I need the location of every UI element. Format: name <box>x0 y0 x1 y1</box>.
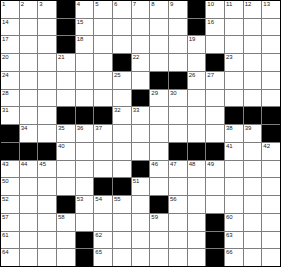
grid-cell[interactable] <box>20 72 38 89</box>
grid-cell[interactable] <box>206 90 224 107</box>
grid-cell[interactable] <box>262 161 280 178</box>
grid-cell[interactable] <box>113 36 131 53</box>
blocked-cell <box>206 214 224 231</box>
clue-number: 32 <box>114 107 121 114</box>
grid-cell[interactable]: 6 <box>113 1 131 18</box>
grid-cell[interactable] <box>150 36 168 53</box>
grid-cell[interactable] <box>188 214 206 231</box>
clue-number: 8 <box>151 1 154 8</box>
grid-cell[interactable] <box>225 90 243 107</box>
clue-number: 58 <box>58 214 65 221</box>
grid-cell[interactable] <box>169 125 187 142</box>
clue-number: 43 <box>2 161 9 168</box>
grid-cell[interactable] <box>132 36 150 53</box>
grid-cell[interactable]: 13 <box>262 1 280 18</box>
grid-cell[interactable] <box>262 214 280 231</box>
grid-cell[interactable] <box>76 90 94 107</box>
grid-cell[interactable]: 23 <box>225 54 243 71</box>
clue-number: 29 <box>151 90 158 97</box>
grid-cell[interactable] <box>76 214 94 231</box>
grid-cell[interactable]: 11 <box>225 1 243 18</box>
clue-number: 61 <box>2 232 9 239</box>
clue-number: 65 <box>95 249 102 256</box>
grid-cell[interactable] <box>132 196 150 213</box>
grid-cell[interactable] <box>20 36 38 53</box>
blocked-cell <box>262 125 280 142</box>
grid-cell[interactable] <box>206 107 224 124</box>
grid-cell[interactable] <box>20 249 38 266</box>
clue-number: 13 <box>263 1 270 8</box>
grid-cell[interactable]: 31 <box>1 107 19 124</box>
grid-cell[interactable] <box>57 161 75 178</box>
grid-cell[interactable] <box>20 178 38 195</box>
clue-number: 64 <box>2 249 9 256</box>
grid-cell[interactable]: 28 <box>1 90 19 107</box>
blocked-cell <box>188 1 206 18</box>
grid-cell[interactable] <box>76 143 94 160</box>
grid-cell[interactable] <box>244 249 262 266</box>
grid-cell[interactable] <box>150 178 168 195</box>
grid-cell[interactable]: 21 <box>57 54 75 71</box>
grid-cell[interactable] <box>38 19 56 36</box>
grid-cell[interactable] <box>225 196 243 213</box>
grid-cell[interactable] <box>225 178 243 195</box>
blocked-cell <box>169 72 187 89</box>
clue-number: 36 <box>77 125 84 132</box>
grid-cell[interactable] <box>76 178 94 195</box>
grid-cell[interactable] <box>132 232 150 249</box>
clue-number: 45 <box>39 161 46 168</box>
blocked-cell <box>132 161 150 178</box>
clue-number: 38 <box>226 125 233 132</box>
clue-number: 28 <box>2 90 9 97</box>
grid-cell[interactable]: 26 <box>188 72 206 89</box>
grid-cell[interactable] <box>244 161 262 178</box>
grid-cell[interactable]: 25 <box>113 72 131 89</box>
grid-cell[interactable] <box>262 178 280 195</box>
grid-cell[interactable] <box>150 125 168 142</box>
grid-cell[interactable] <box>244 72 262 89</box>
clue-number: 46 <box>151 161 158 168</box>
grid-cell[interactable]: 44 <box>20 161 38 178</box>
grid-cell[interactable] <box>38 232 56 249</box>
clue-number: 15 <box>77 19 84 26</box>
grid-cell[interactable] <box>262 249 280 266</box>
clue-number: 35 <box>58 125 65 132</box>
grid-cell[interactable] <box>169 19 187 36</box>
clue-number: 34 <box>21 125 28 132</box>
clue-number: 14 <box>2 19 9 26</box>
clue-number: 47 <box>170 161 177 168</box>
grid-cell[interactable] <box>244 143 262 160</box>
grid-cell[interactable] <box>262 36 280 53</box>
clue-number: 30 <box>170 90 177 97</box>
clue-number: 55 <box>114 196 121 203</box>
grid-cell[interactable] <box>244 214 262 231</box>
grid-cell[interactable]: 53 <box>76 196 94 213</box>
blocked-cell <box>206 232 224 249</box>
grid-cell[interactable]: 32 <box>113 107 131 124</box>
grid-cell[interactable] <box>76 72 94 89</box>
grid-cell[interactable] <box>20 232 38 249</box>
crossword-grid: 1234567891011121314151617181920212223242… <box>0 0 281 267</box>
grid-cell[interactable] <box>188 178 206 195</box>
grid-cell[interactable] <box>244 196 262 213</box>
clue-number: 54 <box>95 196 102 203</box>
grid-cell[interactable] <box>94 72 112 89</box>
grid-cell[interactable] <box>169 36 187 53</box>
grid-cell[interactable]: 36 <box>76 125 94 142</box>
grid-cell[interactable]: 51 <box>132 178 150 195</box>
grid-cell[interactable] <box>206 196 224 213</box>
clue-number: 25 <box>114 72 121 79</box>
grid-cell[interactable] <box>57 249 75 266</box>
grid-cell[interactable] <box>150 54 168 71</box>
grid-cell[interactable]: 37 <box>94 125 112 142</box>
clue-number: 5 <box>95 1 98 8</box>
grid-cell[interactable] <box>188 232 206 249</box>
clue-number: 66 <box>226 249 233 256</box>
grid-cell[interactable]: 55 <box>113 196 131 213</box>
grid-cell[interactable] <box>113 19 131 36</box>
grid-cell[interactable] <box>244 90 262 107</box>
grid-cell[interactable] <box>206 36 224 53</box>
grid-cell[interactable] <box>94 161 112 178</box>
clue-number: 10 <box>207 1 214 8</box>
grid-cell[interactable]: 17 <box>1 36 19 53</box>
blocked-cell <box>132 90 150 107</box>
blocked-cell <box>262 107 280 124</box>
grid-cell[interactable] <box>38 196 56 213</box>
grid-cell[interactable]: 8 <box>150 1 168 18</box>
grid-cell[interactable] <box>262 90 280 107</box>
clue-number: 20 <box>2 54 9 61</box>
grid-cell[interactable] <box>188 196 206 213</box>
grid-cell[interactable] <box>188 90 206 107</box>
grid-cell[interactable]: 1 <box>1 1 19 18</box>
grid-cell[interactable] <box>20 196 38 213</box>
blocked-cell <box>188 19 206 36</box>
blocked-cell <box>206 54 224 71</box>
clue-number: 59 <box>151 214 158 221</box>
grid-cell[interactable] <box>94 90 112 107</box>
grid-cell[interactable] <box>38 54 56 71</box>
grid-cell[interactable]: 15 <box>76 19 94 36</box>
clue-number: 19 <box>189 36 196 43</box>
grid-cell[interactable] <box>188 54 206 71</box>
grid-cell[interactable]: 2 <box>20 1 38 18</box>
clue-number: 49 <box>207 161 214 168</box>
grid-cell[interactable] <box>38 249 56 266</box>
grid-cell[interactable] <box>57 72 75 89</box>
grid-cell[interactable]: 34 <box>20 125 38 142</box>
grid-cell[interactable] <box>169 232 187 249</box>
clue-number: 39 <box>245 125 252 132</box>
grid-cell[interactable]: 24 <box>1 72 19 89</box>
blocked-cell <box>244 107 262 124</box>
grid-cell[interactable]: 39 <box>244 125 262 142</box>
clue-number: 9 <box>170 1 173 8</box>
grid-cell[interactable] <box>225 161 243 178</box>
grid-cell[interactable] <box>150 19 168 36</box>
grid-cell[interactable] <box>169 178 187 195</box>
blocked-cell <box>57 196 75 213</box>
grid-cell[interactable] <box>113 90 131 107</box>
grid-cell[interactable] <box>94 214 112 231</box>
grid-cell[interactable] <box>225 36 243 53</box>
grid-cell[interactable]: 49 <box>206 161 224 178</box>
grid-cell[interactable]: 3 <box>38 1 56 18</box>
grid-cell[interactable] <box>113 232 131 249</box>
clue-number: 1 <box>2 1 5 8</box>
grid-cell[interactable] <box>188 249 206 266</box>
grid-cell[interactable]: 14 <box>1 19 19 36</box>
grid-cell[interactable] <box>38 125 56 142</box>
grid-cell[interactable]: 47 <box>169 161 187 178</box>
blocked-cell <box>94 107 112 124</box>
grid-cell[interactable] <box>113 161 131 178</box>
grid-cell[interactable]: 35 <box>57 125 75 142</box>
grid-cell[interactable] <box>132 19 150 36</box>
grid-cell[interactable] <box>150 107 168 124</box>
clue-number: 12 <box>245 1 252 8</box>
grid-cell[interactable] <box>38 178 56 195</box>
grid-cell[interactable]: 45 <box>38 161 56 178</box>
grid-cell[interactable] <box>76 161 94 178</box>
grid-cell[interactable] <box>113 143 131 160</box>
grid-cell[interactable]: 60 <box>225 214 243 231</box>
grid-cell[interactable]: 10 <box>206 1 224 18</box>
grid-cell[interactable] <box>76 54 94 71</box>
blocked-cell <box>1 143 19 160</box>
grid-cell[interactable]: 63 <box>225 232 243 249</box>
grid-cell[interactable] <box>150 232 168 249</box>
grid-cell[interactable]: 48 <box>188 161 206 178</box>
grid-cell[interactable]: 56 <box>169 196 187 213</box>
grid-cell[interactable]: 30 <box>169 90 187 107</box>
grid-cell[interactable] <box>94 143 112 160</box>
grid-cell[interactable]: 18 <box>76 36 94 53</box>
grid-cell[interactable]: 58 <box>57 214 75 231</box>
grid-cell[interactable] <box>57 232 75 249</box>
blocked-cell <box>113 54 131 71</box>
grid-cell[interactable] <box>57 90 75 107</box>
grid-cell[interactable] <box>188 125 206 142</box>
blocked-cell <box>76 232 94 249</box>
blocked-cell <box>225 107 243 124</box>
grid-cell[interactable] <box>38 214 56 231</box>
grid-cell[interactable]: 43 <box>1 161 19 178</box>
clue-number: 7 <box>133 1 136 8</box>
grid-cell[interactable] <box>225 72 243 89</box>
clue-number: 48 <box>189 161 196 168</box>
grid-cell[interactable]: 16 <box>206 19 224 36</box>
blocked-cell <box>1 125 19 142</box>
clue-number: 27 <box>207 72 214 79</box>
clue-number: 16 <box>207 19 214 26</box>
blocked-cell <box>188 143 206 160</box>
grid-cell[interactable]: 41 <box>225 143 243 160</box>
grid-cell[interactable]: 5 <box>94 1 112 18</box>
grid-cell[interactable] <box>206 125 224 142</box>
grid-cell[interactable]: 52 <box>1 196 19 213</box>
grid-cell[interactable] <box>38 36 56 53</box>
clue-number: 53 <box>77 196 84 203</box>
blocked-cell <box>57 107 75 124</box>
blocked-cell <box>169 143 187 160</box>
grid-cell[interactable] <box>244 54 262 71</box>
grid-cell[interactable] <box>132 249 150 266</box>
grid-cell[interactable]: 7 <box>132 1 150 18</box>
grid-cell[interactable]: 50 <box>1 178 19 195</box>
clue-number: 44 <box>21 161 28 168</box>
blocked-cell <box>57 19 75 36</box>
blocked-cell <box>20 143 38 160</box>
grid-cell[interactable]: 4 <box>76 1 94 18</box>
clue-number: 21 <box>58 54 65 61</box>
grid-cell[interactable]: 33 <box>132 107 150 124</box>
grid-cell[interactable] <box>262 54 280 71</box>
blocked-cell <box>206 249 224 266</box>
grid-cell[interactable] <box>94 54 112 71</box>
grid-cell[interactable]: 54 <box>94 196 112 213</box>
clue-number: 23 <box>226 54 233 61</box>
grid-cell[interactable]: 40 <box>57 143 75 160</box>
grid-cell[interactable] <box>244 36 262 53</box>
grid-cell[interactable] <box>113 214 131 231</box>
grid-cell[interactable] <box>244 178 262 195</box>
grid-cell[interactable]: 19 <box>188 36 206 53</box>
clue-number: 22 <box>133 54 140 61</box>
grid-cell[interactable]: 59 <box>150 214 168 231</box>
clue-number: 60 <box>226 214 233 221</box>
grid-cell[interactable] <box>132 214 150 231</box>
clue-number: 4 <box>77 1 80 8</box>
grid-cell[interactable]: 42 <box>262 143 280 160</box>
clue-number: 11 <box>226 1 232 8</box>
grid-cell[interactable]: 46 <box>150 161 168 178</box>
grid-cell[interactable] <box>262 232 280 249</box>
blocked-cell <box>76 107 94 124</box>
clue-number: 6 <box>114 1 117 8</box>
grid-cell[interactable] <box>244 232 262 249</box>
grid-cell[interactable]: 64 <box>1 249 19 266</box>
blocked-cell <box>57 36 75 53</box>
grid-cell[interactable] <box>169 249 187 266</box>
blocked-cell <box>76 249 94 266</box>
grid-cell[interactable] <box>150 143 168 160</box>
grid-cell[interactable]: 61 <box>1 232 19 249</box>
grid-cell[interactable]: 65 <box>94 249 112 266</box>
grid-cell[interactable] <box>38 107 56 124</box>
grid-cell[interactable] <box>113 249 131 266</box>
grid-cell[interactable] <box>20 19 38 36</box>
clue-number: 42 <box>263 143 270 150</box>
grid-cell[interactable] <box>206 178 224 195</box>
grid-cell[interactable]: 22 <box>132 54 150 71</box>
clue-number: 41 <box>226 143 233 150</box>
clue-number: 26 <box>189 72 196 79</box>
grid-cell[interactable] <box>20 90 38 107</box>
blocked-cell <box>94 178 112 195</box>
grid-cell[interactable] <box>57 178 75 195</box>
clue-number: 52 <box>2 196 9 203</box>
grid-cell[interactable] <box>262 19 280 36</box>
grid-cell[interactable] <box>20 214 38 231</box>
grid-cell[interactable] <box>225 19 243 36</box>
grid-cell[interactable] <box>38 72 56 89</box>
clue-number: 40 <box>58 143 65 150</box>
grid-cell[interactable] <box>20 54 38 71</box>
grid-cell[interactable]: 62 <box>94 232 112 249</box>
grid-cell[interactable]: 9 <box>169 1 187 18</box>
clue-number: 51 <box>133 178 140 185</box>
grid-cell[interactable] <box>150 249 168 266</box>
clue-number: 17 <box>2 36 9 43</box>
grid-cell[interactable] <box>169 107 187 124</box>
clue-number: 62 <box>95 232 102 239</box>
clue-number: 24 <box>2 72 9 79</box>
grid-cell[interactable]: 12 <box>244 1 262 18</box>
grid-cell[interactable] <box>262 72 280 89</box>
grid-cell[interactable]: 57 <box>1 214 19 231</box>
grid-cell[interactable]: 29 <box>150 90 168 107</box>
grid-cell[interactable] <box>244 19 262 36</box>
blocked-cell <box>206 143 224 160</box>
grid-cell[interactable] <box>20 107 38 124</box>
clue-number: 50 <box>2 178 9 185</box>
grid-cell[interactable] <box>132 125 150 142</box>
grid-cell[interactable]: 20 <box>1 54 19 71</box>
blocked-cell <box>38 143 56 160</box>
grid-cell[interactable] <box>113 125 131 142</box>
clue-number: 3 <box>39 1 42 8</box>
grid-cell[interactable]: 38 <box>225 125 243 142</box>
clue-number: 2 <box>21 1 24 8</box>
grid-cell[interactable] <box>169 214 187 231</box>
blocked-cell <box>57 1 75 18</box>
clue-number: 37 <box>95 125 102 132</box>
blocked-cell <box>150 196 168 213</box>
clue-number: 63 <box>226 232 233 239</box>
grid-cell[interactable]: 66 <box>225 249 243 266</box>
clue-number: 33 <box>133 107 140 114</box>
grid-cell[interactable] <box>94 19 112 36</box>
grid-cell[interactable] <box>132 72 150 89</box>
clue-number: 57 <box>2 214 9 221</box>
grid-cell[interactable] <box>38 90 56 107</box>
grid-cell[interactable] <box>169 54 187 71</box>
clue-number: 31 <box>2 107 9 114</box>
grid-cell[interactable] <box>188 107 206 124</box>
blocked-cell <box>150 72 168 89</box>
clue-number: 18 <box>77 36 84 43</box>
grid-cell[interactable] <box>262 196 280 213</box>
grid-cell[interactable]: 27 <box>206 72 224 89</box>
grid-cell[interactable] <box>132 143 150 160</box>
clue-number: 56 <box>170 196 177 203</box>
grid-cell[interactable] <box>94 36 112 53</box>
blocked-cell <box>113 178 131 195</box>
